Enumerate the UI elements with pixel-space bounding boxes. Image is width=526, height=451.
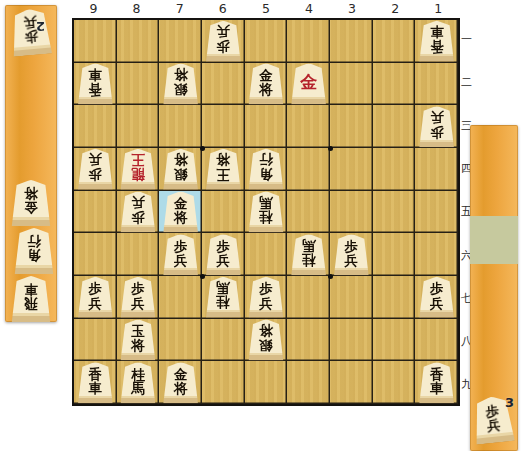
piece-gote-silver[interactable]: 銀将 bbox=[163, 149, 199, 190]
piece-kanji: 飛車 bbox=[11, 276, 51, 322]
piece-gote-lance[interactable]: 香車 bbox=[77, 63, 113, 104]
square-2九[interactable] bbox=[373, 361, 416, 404]
square-8二[interactable] bbox=[117, 63, 160, 106]
square-6六[interactable]: 歩兵 bbox=[202, 233, 245, 276]
piece-gote-silver[interactable]: 銀将 bbox=[248, 319, 284, 360]
square-2四[interactable] bbox=[373, 148, 416, 191]
square-5七[interactable]: 歩兵 bbox=[245, 276, 288, 319]
piece-kanji: 歩兵 bbox=[163, 234, 199, 275]
square-1四[interactable] bbox=[415, 148, 458, 191]
piece-kanji: 歩兵 bbox=[9, 8, 53, 57]
square-9九[interactable]: 香車 bbox=[74, 361, 117, 404]
square-7二[interactable]: 銀将 bbox=[159, 63, 202, 106]
piece-sente-pawn[interactable]: 歩兵 bbox=[419, 277, 455, 318]
square-9八[interactable] bbox=[74, 319, 117, 362]
square-5一[interactable] bbox=[245, 20, 288, 63]
piece-kanji: 角行 bbox=[248, 149, 284, 190]
file-label-4: 4 bbox=[288, 1, 331, 16]
square-6五[interactable] bbox=[202, 191, 245, 234]
square-3四[interactable] bbox=[330, 148, 373, 191]
piece-kanji: 金将 bbox=[163, 191, 199, 232]
piece-kanji: 歩兵 bbox=[419, 106, 455, 147]
piece-sente-pawn[interactable]: 歩兵 bbox=[120, 277, 156, 318]
gote-captured-stand: 歩兵2金将角行飛車 bbox=[5, 5, 57, 322]
square-5四[interactable]: 角行 bbox=[245, 148, 288, 191]
square-7五[interactable]: 金将 bbox=[159, 191, 202, 234]
square-2七[interactable] bbox=[373, 276, 416, 319]
piece-sente-gold[interactable]: 金将 bbox=[163, 191, 199, 232]
square-2二[interactable] bbox=[373, 63, 416, 106]
piece-sente-pawn[interactable]: 歩兵 bbox=[163, 234, 199, 275]
piece-kanji: 歩兵 bbox=[205, 234, 241, 275]
square-7八[interactable] bbox=[159, 319, 202, 362]
square-6一[interactable]: 歩兵 bbox=[202, 20, 245, 63]
square-1六[interactable] bbox=[415, 233, 458, 276]
piece-kanji: 歩兵 bbox=[333, 234, 369, 275]
piece-sente-knight[interactable]: 桂馬 bbox=[120, 362, 156, 403]
file-label-1: 1 bbox=[417, 1, 460, 16]
square-4五[interactable] bbox=[287, 191, 330, 234]
rank-label-1: 一 bbox=[461, 18, 472, 61]
square-2八[interactable] bbox=[373, 319, 416, 362]
shogi-board: 歩兵香車香車銀将金将金歩兵歩兵龍王銀将王将角行歩兵金将桂馬歩兵歩兵桂馬歩兵歩兵歩… bbox=[72, 18, 460, 406]
piece-kanji: 歩兵 bbox=[205, 21, 241, 62]
piece-gote-dragon[interactable]: 龍王 bbox=[120, 149, 156, 190]
square-6八[interactable] bbox=[202, 319, 245, 362]
piece-sente-pawn[interactable]: 歩兵 bbox=[77, 277, 113, 318]
square-1二[interactable] bbox=[415, 63, 458, 106]
file-label-9: 9 bbox=[72, 1, 115, 16]
piece-kanji: 桂馬 bbox=[120, 362, 156, 403]
piece-gote-pawn[interactable]: 歩兵 bbox=[120, 191, 156, 232]
square-8八[interactable]: 玉将 bbox=[117, 319, 160, 362]
piece-gote-bishop[interactable]: 角行 bbox=[248, 149, 284, 190]
piece-sente-king[interactable]: 玉将 bbox=[120, 319, 156, 360]
piece-kanji: 香車 bbox=[419, 21, 455, 62]
square-3三[interactable] bbox=[330, 105, 373, 148]
piece-gote-pawn[interactable]: 歩兵 bbox=[419, 106, 455, 147]
file-label-8: 8 bbox=[115, 1, 158, 16]
square-4三[interactable] bbox=[287, 105, 330, 148]
piece-kanji: 歩兵 bbox=[248, 277, 284, 318]
square-9三[interactable] bbox=[74, 105, 117, 148]
piece-kanji: 歩兵 bbox=[77, 149, 113, 190]
piece-kanji: 桂馬 bbox=[291, 234, 327, 275]
square-3八[interactable] bbox=[330, 319, 373, 362]
piece-kanji: 歩兵 bbox=[120, 191, 156, 232]
square-3九[interactable] bbox=[330, 361, 373, 404]
file-label-7: 7 bbox=[158, 1, 201, 16]
piece-kanji: 桂馬 bbox=[205, 277, 241, 318]
square-6三[interactable] bbox=[202, 105, 245, 148]
square-4八[interactable] bbox=[287, 319, 330, 362]
square-1九[interactable]: 香車 bbox=[415, 361, 458, 404]
square-8三[interactable] bbox=[117, 105, 160, 148]
rank-label-2: 二 bbox=[461, 61, 472, 104]
square-9四[interactable]: 歩兵 bbox=[74, 148, 117, 191]
piece-kanji: 金将 bbox=[11, 180, 51, 226]
square-7六[interactable]: 歩兵 bbox=[159, 233, 202, 276]
piece-kanji: 角行 bbox=[14, 228, 54, 274]
square-5五[interactable]: 桂馬 bbox=[245, 191, 288, 234]
piece-kanji: 香車 bbox=[77, 63, 113, 104]
square-6七[interactable]: 桂馬 bbox=[202, 276, 245, 319]
piece-gote-bishop[interactable]: 角行 bbox=[14, 228, 54, 274]
square-1八[interactable] bbox=[415, 319, 458, 362]
square-3五[interactable] bbox=[330, 191, 373, 234]
square-6四[interactable]: 王将 bbox=[202, 148, 245, 191]
square-6九[interactable] bbox=[202, 361, 245, 404]
square-8九[interactable]: 桂馬 bbox=[117, 361, 160, 404]
square-1五[interactable] bbox=[415, 191, 458, 234]
piece-kanji: 銀将 bbox=[163, 149, 199, 190]
square-1三[interactable]: 歩兵 bbox=[415, 105, 458, 148]
file-label-2: 2 bbox=[374, 1, 417, 16]
piece-kanji: 歩兵 bbox=[77, 277, 113, 318]
square-7七[interactable] bbox=[159, 276, 202, 319]
piece-kanji: 桂馬 bbox=[248, 191, 284, 232]
piece-gote-knight[interactable]: 桂馬 bbox=[205, 277, 241, 318]
square-4六[interactable]: 桂馬 bbox=[287, 233, 330, 276]
square-4四[interactable] bbox=[287, 148, 330, 191]
square-9七[interactable]: 歩兵 bbox=[74, 276, 117, 319]
square-5二[interactable]: 金将 bbox=[245, 63, 288, 106]
piece-kanji: 香車 bbox=[419, 362, 455, 403]
piece-gote-silver[interactable]: 銀将 bbox=[163, 63, 199, 104]
piece-sente-gold[interactable]: 金将 bbox=[248, 63, 284, 104]
square-3六[interactable]: 歩兵 bbox=[330, 233, 373, 276]
sente-pawn-count: 3 bbox=[505, 395, 514, 410]
square-2六[interactable] bbox=[373, 233, 416, 276]
piece-kanji: 歩兵 bbox=[120, 277, 156, 318]
piece-kanji: 金将 bbox=[248, 63, 284, 104]
sente-captured-stand: 歩兵3 bbox=[470, 125, 518, 451]
square-5八[interactable]: 銀将 bbox=[245, 319, 288, 362]
square-7三[interactable] bbox=[159, 105, 202, 148]
square-8六[interactable] bbox=[117, 233, 160, 276]
square-2五[interactable] bbox=[373, 191, 416, 234]
square-4九[interactable] bbox=[287, 361, 330, 404]
gote-pawn-count: 2 bbox=[36, 19, 45, 34]
square-2三[interactable] bbox=[373, 105, 416, 148]
piece-gote-gold[interactable]: 金将 bbox=[11, 180, 51, 226]
piece-kanji: 龍王 bbox=[120, 149, 156, 190]
piece-gote-rook[interactable]: 飛車 bbox=[11, 276, 51, 322]
square-1一[interactable]: 香車 bbox=[415, 20, 458, 63]
square-4二[interactable]: 金 bbox=[287, 63, 330, 106]
piece-kanji: 王将 bbox=[205, 149, 241, 190]
file-label-6: 6 bbox=[201, 1, 244, 16]
piece-kanji: 玉将 bbox=[120, 319, 156, 360]
piece-sente-promoted-silver[interactable]: 金 bbox=[291, 63, 327, 104]
square-6二[interactable] bbox=[202, 63, 245, 106]
piece-gote-lance[interactable]: 香車 bbox=[419, 21, 455, 62]
square-9一[interactable] bbox=[74, 20, 117, 63]
piece-kanji: 歩兵 bbox=[419, 277, 455, 318]
piece-gote-knight[interactable]: 桂馬 bbox=[248, 191, 284, 232]
square-5三[interactable] bbox=[245, 105, 288, 148]
file-label-5: 5 bbox=[244, 1, 287, 16]
square-3一[interactable] bbox=[330, 20, 373, 63]
piece-kanji: 香車 bbox=[77, 362, 113, 403]
piece-sente-pawn[interactable]: 歩兵 bbox=[333, 234, 369, 275]
piece-gote-knight[interactable]: 桂馬 bbox=[291, 234, 327, 275]
piece-kanji: 銀将 bbox=[163, 63, 199, 104]
square-5六[interactable] bbox=[245, 233, 288, 276]
square-8五[interactable]: 歩兵 bbox=[117, 191, 160, 234]
piece-sente-pawn[interactable]: 歩兵 bbox=[248, 277, 284, 318]
square-2一[interactable] bbox=[373, 20, 416, 63]
square-8一[interactable] bbox=[117, 20, 160, 63]
piece-sente-lance[interactable]: 香車 bbox=[77, 362, 113, 403]
hand-slot-highlight bbox=[470, 216, 518, 264]
square-7四[interactable]: 銀将 bbox=[159, 148, 202, 191]
piece-sente-pawn[interactable]: 歩兵 bbox=[205, 234, 241, 275]
piece-gote-king[interactable]: 王将 bbox=[205, 149, 241, 190]
piece-kanji: 金将 bbox=[163, 362, 199, 403]
square-8七[interactable]: 歩兵 bbox=[117, 276, 160, 319]
piece-sente-lance[interactable]: 香車 bbox=[419, 362, 455, 403]
piece-gote-pawn[interactable]: 歩兵 bbox=[205, 21, 241, 62]
piece-kanji: 銀将 bbox=[248, 319, 284, 360]
square-8四[interactable]: 龍王 bbox=[117, 148, 160, 191]
piece-gote-pawn[interactable]: 歩兵 bbox=[77, 149, 113, 190]
square-1七[interactable]: 歩兵 bbox=[415, 276, 458, 319]
square-4一[interactable] bbox=[287, 20, 330, 63]
file-label-3: 3 bbox=[331, 1, 374, 16]
square-5九[interactable] bbox=[245, 361, 288, 404]
square-9二[interactable]: 香車 bbox=[74, 63, 117, 106]
square-4七[interactable] bbox=[287, 276, 330, 319]
square-7九[interactable]: 金将 bbox=[159, 361, 202, 404]
piece-gote-pawn[interactable]: 歩兵 bbox=[9, 8, 53, 57]
square-9六[interactable] bbox=[74, 233, 117, 276]
square-3二[interactable] bbox=[330, 63, 373, 106]
square-7一[interactable] bbox=[159, 20, 202, 63]
piece-sente-gold[interactable]: 金将 bbox=[163, 362, 199, 403]
square-3七[interactable] bbox=[330, 276, 373, 319]
piece-kanji: 金 bbox=[291, 63, 327, 104]
square-9五[interactable] bbox=[74, 191, 117, 234]
